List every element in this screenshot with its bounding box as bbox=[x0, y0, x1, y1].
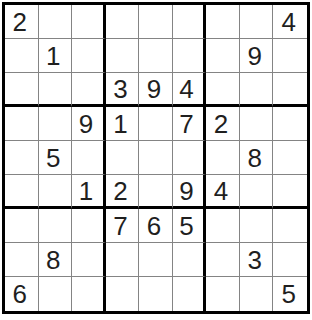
cell-r6c3[interactable]: 1 bbox=[72, 175, 106, 209]
cell-r1c5[interactable] bbox=[139, 5, 173, 39]
cell-r4c8[interactable] bbox=[240, 107, 274, 141]
cell-r5c3[interactable] bbox=[72, 141, 106, 175]
cell-r7c8[interactable] bbox=[240, 209, 274, 243]
cell-r6c1[interactable] bbox=[5, 175, 39, 209]
cell-r9c1[interactable]: 6 bbox=[5, 277, 39, 311]
cell-r9c6[interactable] bbox=[173, 277, 207, 311]
cell-r2c9[interactable] bbox=[273, 39, 307, 73]
cell-r1c9[interactable]: 4 bbox=[273, 5, 307, 39]
cell-r7c4[interactable]: 7 bbox=[106, 209, 140, 243]
cell-r6c8[interactable] bbox=[240, 175, 274, 209]
cell-r3c6[interactable]: 4 bbox=[173, 73, 207, 107]
cell-r4c5[interactable] bbox=[139, 107, 173, 141]
cell-r9c3[interactable] bbox=[72, 277, 106, 311]
cell-r6c5[interactable] bbox=[139, 175, 173, 209]
cell-r4c3[interactable]: 9 bbox=[72, 107, 106, 141]
cell-r7c9[interactable] bbox=[273, 209, 307, 243]
cell-r6c6[interactable]: 9 bbox=[173, 175, 207, 209]
cell-r8c7[interactable] bbox=[206, 243, 240, 277]
cell-r8c3[interactable] bbox=[72, 243, 106, 277]
cell-r8c4[interactable] bbox=[106, 243, 140, 277]
cell-r7c1[interactable] bbox=[5, 209, 39, 243]
cell-r8c8[interactable]: 3 bbox=[240, 243, 274, 277]
cell-r1c7[interactable] bbox=[206, 5, 240, 39]
cell-r3c3[interactable] bbox=[72, 73, 106, 107]
cell-r5c5[interactable] bbox=[139, 141, 173, 175]
cell-r7c2[interactable] bbox=[39, 209, 73, 243]
cell-r3c8[interactable] bbox=[240, 73, 274, 107]
cell-r9c9[interactable]: 5 bbox=[273, 277, 307, 311]
cell-r5c7[interactable] bbox=[206, 141, 240, 175]
cell-r2c1[interactable] bbox=[5, 39, 39, 73]
sudoku-board: 241939491725812947658365 bbox=[2, 2, 310, 314]
cell-r2c4[interactable] bbox=[106, 39, 140, 73]
cell-r5c8[interactable]: 8 bbox=[240, 141, 274, 175]
cell-r6c4[interactable]: 2 bbox=[106, 175, 140, 209]
cell-r4c4[interactable]: 1 bbox=[106, 107, 140, 141]
cell-r3c7[interactable] bbox=[206, 73, 240, 107]
cell-r3c1[interactable] bbox=[5, 73, 39, 107]
cell-r3c2[interactable] bbox=[39, 73, 73, 107]
cell-r1c3[interactable] bbox=[72, 5, 106, 39]
cell-r6c9[interactable] bbox=[273, 175, 307, 209]
cell-r3c4[interactable]: 3 bbox=[106, 73, 140, 107]
cell-r2c2[interactable]: 1 bbox=[39, 39, 73, 73]
cell-r9c8[interactable] bbox=[240, 277, 274, 311]
cell-r3c9[interactable] bbox=[273, 73, 307, 107]
cell-r4c1[interactable] bbox=[5, 107, 39, 141]
cell-r8c9[interactable] bbox=[273, 243, 307, 277]
cell-r7c6[interactable]: 5 bbox=[173, 209, 207, 243]
cell-r7c7[interactable] bbox=[206, 209, 240, 243]
cell-r4c9[interactable] bbox=[273, 107, 307, 141]
cell-r9c7[interactable] bbox=[206, 277, 240, 311]
cell-r6c7[interactable]: 4 bbox=[206, 175, 240, 209]
cell-r1c4[interactable] bbox=[106, 5, 140, 39]
cell-r4c7[interactable]: 2 bbox=[206, 107, 240, 141]
cell-r5c1[interactable] bbox=[5, 141, 39, 175]
cell-r5c9[interactable] bbox=[273, 141, 307, 175]
cell-r2c5[interactable] bbox=[139, 39, 173, 73]
sudoku-page: 241939491725812947658365 bbox=[0, 0, 312, 320]
cell-r3c5[interactable]: 9 bbox=[139, 73, 173, 107]
cell-r8c2[interactable]: 8 bbox=[39, 243, 73, 277]
cell-r7c3[interactable] bbox=[72, 209, 106, 243]
cell-r8c5[interactable] bbox=[139, 243, 173, 277]
cell-r5c2[interactable]: 5 bbox=[39, 141, 73, 175]
cell-r5c6[interactable] bbox=[173, 141, 207, 175]
cell-r2c3[interactable] bbox=[72, 39, 106, 73]
cell-r7c5[interactable]: 6 bbox=[139, 209, 173, 243]
cell-r1c2[interactable] bbox=[39, 5, 73, 39]
cell-r4c6[interactable]: 7 bbox=[173, 107, 207, 141]
cell-r2c7[interactable] bbox=[206, 39, 240, 73]
cell-r9c5[interactable] bbox=[139, 277, 173, 311]
cell-r1c6[interactable] bbox=[173, 5, 207, 39]
cell-r1c1[interactable]: 2 bbox=[5, 5, 39, 39]
cell-r9c4[interactable] bbox=[106, 277, 140, 311]
cell-r6c2[interactable] bbox=[39, 175, 73, 209]
cell-r4c2[interactable] bbox=[39, 107, 73, 141]
cell-r2c6[interactable] bbox=[173, 39, 207, 73]
cell-r2c8[interactable]: 9 bbox=[240, 39, 274, 73]
cell-r5c4[interactable] bbox=[106, 141, 140, 175]
cell-r1c8[interactable] bbox=[240, 5, 274, 39]
cell-r8c1[interactable] bbox=[5, 243, 39, 277]
cell-r9c2[interactable] bbox=[39, 277, 73, 311]
cell-r8c6[interactable] bbox=[173, 243, 207, 277]
